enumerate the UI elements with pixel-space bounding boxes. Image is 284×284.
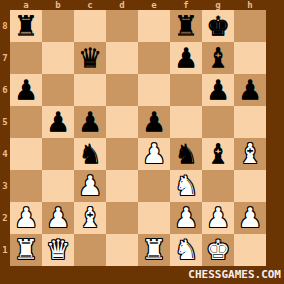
- square-a5: [10, 106, 42, 138]
- square-f2: ♟: [170, 202, 202, 234]
- piece-black-king: ♚: [202, 10, 234, 42]
- chess-diagram: abcdefgh 87654321 ♜♜♚♛♟♝♟♟♟♟♟♟♞♟♞♝♝♟♞♟♟♝…: [0, 0, 284, 284]
- piece-white-pawn: ♟: [74, 170, 106, 202]
- square-c2: ♝: [74, 202, 106, 234]
- square-b6: [42, 74, 74, 106]
- square-g6: ♟: [202, 74, 234, 106]
- square-b2: ♟: [42, 202, 74, 234]
- piece-black-pawn: ♟: [170, 42, 202, 74]
- square-b8: [42, 10, 74, 42]
- square-h3: [234, 170, 266, 202]
- square-d5: [106, 106, 138, 138]
- square-b3: [42, 170, 74, 202]
- piece-black-pawn: ♟: [42, 106, 74, 138]
- file-label-b: b: [42, 0, 74, 10]
- square-c7: ♛: [74, 42, 106, 74]
- square-d1: [106, 234, 138, 266]
- square-g2: ♟: [202, 202, 234, 234]
- piece-white-rook: ♜: [10, 234, 42, 266]
- square-b4: [42, 138, 74, 170]
- piece-white-pawn: ♟: [202, 202, 234, 234]
- square-g5: [202, 106, 234, 138]
- rank-label-7: 7: [0, 42, 10, 74]
- watermark-text: CHESSGAMES.COM: [188, 268, 281, 281]
- rank-label-8: 8: [0, 10, 10, 42]
- piece-white-bishop: ♝: [74, 202, 106, 234]
- piece-black-rook: ♜: [170, 10, 202, 42]
- square-d6: [106, 74, 138, 106]
- square-b7: [42, 42, 74, 74]
- piece-black-knight: ♞: [170, 138, 202, 170]
- rank-label-6: 6: [0, 74, 10, 106]
- piece-black-pawn: ♟: [74, 106, 106, 138]
- square-f8: ♜: [170, 10, 202, 42]
- square-f5: [170, 106, 202, 138]
- file-label-g: g: [202, 0, 234, 10]
- piece-white-bishop: ♝: [234, 138, 266, 170]
- piece-white-pawn: ♟: [170, 202, 202, 234]
- square-a4: [10, 138, 42, 170]
- file-labels: abcdefgh: [10, 0, 266, 10]
- file-label-e: e: [138, 0, 170, 10]
- square-d3: [106, 170, 138, 202]
- square-c1: [74, 234, 106, 266]
- square-f6: [170, 74, 202, 106]
- piece-black-pawn: ♟: [10, 74, 42, 106]
- square-g3: [202, 170, 234, 202]
- chess-board: ♜♜♚♛♟♝♟♟♟♟♟♟♞♟♞♝♝♟♞♟♟♝♟♟♟♜♛♜♞♚: [10, 10, 266, 266]
- rank-label-3: 3: [0, 170, 10, 202]
- square-g4: ♝: [202, 138, 234, 170]
- rank-label-2: 2: [0, 202, 10, 234]
- rank-labels: 87654321: [0, 10, 10, 266]
- square-c3: ♟: [74, 170, 106, 202]
- piece-black-rook: ♜: [10, 10, 42, 42]
- square-b5: ♟: [42, 106, 74, 138]
- square-f4: ♞: [170, 138, 202, 170]
- square-e1: ♜: [138, 234, 170, 266]
- file-label-a: a: [10, 0, 42, 10]
- square-d7: [106, 42, 138, 74]
- piece-white-king: ♚: [202, 234, 234, 266]
- piece-black-pawn: ♟: [202, 74, 234, 106]
- square-d8: [106, 10, 138, 42]
- square-h5: [234, 106, 266, 138]
- piece-black-bishop: ♝: [202, 138, 234, 170]
- square-f3: ♞: [170, 170, 202, 202]
- square-a3: [10, 170, 42, 202]
- square-h8: [234, 10, 266, 42]
- piece-white-pawn: ♟: [234, 202, 266, 234]
- square-a7: [10, 42, 42, 74]
- square-g7: ♝: [202, 42, 234, 74]
- square-e6: [138, 74, 170, 106]
- square-g8: ♚: [202, 10, 234, 42]
- square-h7: [234, 42, 266, 74]
- square-a1: ♜: [10, 234, 42, 266]
- square-b1: ♛: [42, 234, 74, 266]
- file-label-c: c: [74, 0, 106, 10]
- square-h1: [234, 234, 266, 266]
- piece-white-knight: ♞: [170, 170, 202, 202]
- piece-white-pawn: ♟: [138, 138, 170, 170]
- square-e5: ♟: [138, 106, 170, 138]
- square-f7: ♟: [170, 42, 202, 74]
- piece-black-queen: ♛: [74, 42, 106, 74]
- piece-white-knight: ♞: [170, 234, 202, 266]
- square-e4: ♟: [138, 138, 170, 170]
- square-c6: [74, 74, 106, 106]
- square-h6: ♟: [234, 74, 266, 106]
- rank-label-5: 5: [0, 106, 10, 138]
- square-a6: ♟: [10, 74, 42, 106]
- square-h4: ♝: [234, 138, 266, 170]
- piece-black-knight: ♞: [74, 138, 106, 170]
- rank-label-1: 1: [0, 234, 10, 266]
- file-label-f: f: [170, 0, 202, 10]
- square-e3: [138, 170, 170, 202]
- piece-black-pawn: ♟: [234, 74, 266, 106]
- square-d4: [106, 138, 138, 170]
- square-e7: [138, 42, 170, 74]
- square-h2: ♟: [234, 202, 266, 234]
- square-d2: [106, 202, 138, 234]
- piece-black-bishop: ♝: [202, 42, 234, 74]
- file-label-d: d: [106, 0, 138, 10]
- piece-white-rook: ♜: [138, 234, 170, 266]
- square-e8: [138, 10, 170, 42]
- square-c4: ♞: [74, 138, 106, 170]
- rank-label-4: 4: [0, 138, 10, 170]
- file-label-h: h: [234, 0, 266, 10]
- piece-white-pawn: ♟: [10, 202, 42, 234]
- square-c8: [74, 10, 106, 42]
- square-a8: ♜: [10, 10, 42, 42]
- square-f1: ♞: [170, 234, 202, 266]
- square-a2: ♟: [10, 202, 42, 234]
- piece-white-queen: ♛: [42, 234, 74, 266]
- piece-white-pawn: ♟: [42, 202, 74, 234]
- square-c5: ♟: [74, 106, 106, 138]
- piece-black-pawn: ♟: [138, 106, 170, 138]
- square-e2: [138, 202, 170, 234]
- square-g1: ♚: [202, 234, 234, 266]
